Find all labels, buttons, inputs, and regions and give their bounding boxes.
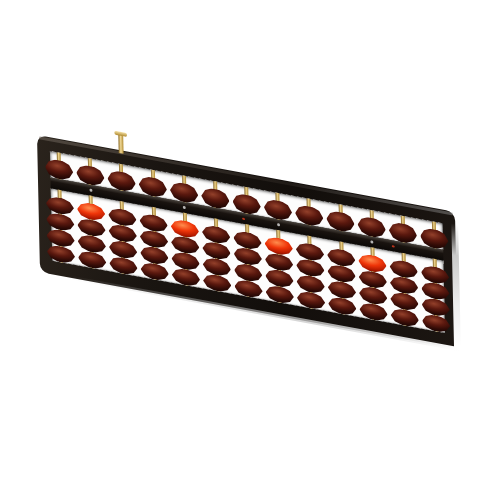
- frame-right-edge-highlight: [451, 223, 461, 352]
- unit-dot-rod-8: [277, 223, 280, 226]
- product-photo-scene: [0, 0, 500, 500]
- abacus-board: [37, 135, 458, 349]
- rod-pin-shaft: [118, 134, 123, 153]
- beam-red-speck-1: [242, 217, 244, 220]
- unit-dot-rod-2: [89, 188, 92, 191]
- beam-red-speck-2: [392, 245, 394, 248]
- unit-dot-rod-11: [371, 240, 374, 243]
- unit-dot-rod-5: [183, 206, 186, 209]
